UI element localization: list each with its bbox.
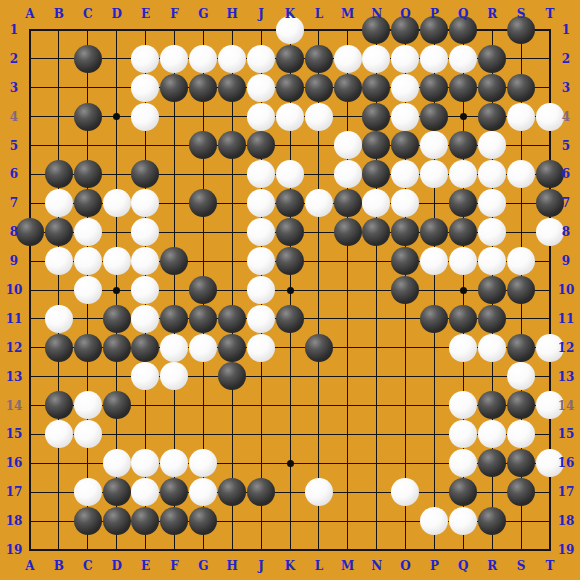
col-label-bottom-A: A bbox=[25, 560, 34, 572]
col-label-bottom-T: T bbox=[546, 560, 555, 572]
col-label-top-J: J bbox=[258, 8, 264, 20]
col-label-top-B: B bbox=[54, 8, 64, 20]
col-label-top-A: A bbox=[25, 8, 34, 20]
row-label-right-3: 3 bbox=[562, 82, 570, 94]
col-label-bottom-H: H bbox=[227, 560, 238, 572]
row-label-right-2: 2 bbox=[562, 53, 570, 65]
row-label-left-3: 3 bbox=[10, 82, 18, 94]
row-label-right-17: 17 bbox=[558, 486, 575, 498]
row-label-left-13: 13 bbox=[6, 371, 23, 383]
row-label-right-18: 18 bbox=[558, 515, 575, 527]
row-label-right-11: 11 bbox=[558, 313, 575, 325]
row-label-right-9: 9 bbox=[562, 255, 570, 267]
row-label-right-13: 13 bbox=[558, 371, 575, 383]
row-label-right-7: 7 bbox=[562, 197, 570, 209]
col-label-top-L: L bbox=[315, 8, 323, 20]
row-label-left-6: 6 bbox=[10, 168, 18, 180]
row-label-right-12: 12 bbox=[558, 342, 575, 354]
row-label-right-5: 5 bbox=[562, 140, 570, 152]
row-label-left-11: 11 bbox=[6, 313, 23, 325]
row-label-left-16: 16 bbox=[6, 457, 23, 469]
col-label-bottom-F: F bbox=[170, 560, 179, 572]
go-board: AABBCCDDEEFFGGHHJJKKLLMMNNOOPPQQRRSSTT11… bbox=[0, 0, 580, 580]
col-label-bottom-R: R bbox=[487, 560, 497, 572]
col-label-bottom-K: K bbox=[285, 560, 295, 572]
row-label-left-8: 8 bbox=[10, 226, 18, 238]
row-label-right-19: 19 bbox=[558, 544, 575, 556]
col-label-bottom-Q: Q bbox=[458, 560, 468, 572]
row-label-left-1: 1 bbox=[10, 24, 18, 36]
row-label-left-2: 2 bbox=[10, 53, 18, 65]
row-label-right-4: 4 bbox=[562, 111, 570, 123]
row-label-right-6: 6 bbox=[562, 168, 570, 180]
row-label-left-17: 17 bbox=[6, 486, 23, 498]
row-label-right-14: 14 bbox=[558, 400, 575, 412]
col-label-top-K: K bbox=[285, 8, 295, 20]
row-label-left-4: 4 bbox=[10, 111, 18, 123]
row-label-right-15: 15 bbox=[558, 428, 575, 440]
col-label-bottom-P: P bbox=[430, 560, 439, 572]
col-label-bottom-C: C bbox=[83, 560, 93, 572]
col-label-top-F: F bbox=[170, 8, 179, 20]
col-label-bottom-E: E bbox=[141, 560, 150, 572]
row-label-left-19: 19 bbox=[6, 544, 23, 556]
row-label-left-10: 10 bbox=[6, 284, 23, 296]
col-label-bottom-L: L bbox=[315, 560, 323, 572]
col-label-bottom-D: D bbox=[111, 560, 121, 572]
col-label-top-Q: Q bbox=[458, 8, 468, 20]
col-label-top-E: E bbox=[141, 8, 150, 20]
col-label-bottom-N: N bbox=[371, 560, 382, 572]
col-label-top-O: O bbox=[400, 8, 410, 20]
col-label-bottom-M: M bbox=[341, 560, 354, 572]
row-label-left-7: 7 bbox=[10, 197, 18, 209]
col-label-top-S: S bbox=[517, 8, 526, 20]
row-label-left-14: 14 bbox=[6, 400, 23, 412]
col-label-top-N: N bbox=[371, 8, 382, 20]
row-label-right-8: 8 bbox=[562, 226, 570, 238]
row-label-right-1: 1 bbox=[562, 24, 570, 36]
row-label-right-16: 16 bbox=[558, 457, 575, 469]
col-label-bottom-S: S bbox=[517, 560, 526, 572]
row-label-left-12: 12 bbox=[6, 342, 23, 354]
col-label-top-H: H bbox=[227, 8, 238, 20]
col-label-top-T: T bbox=[546, 8, 555, 20]
col-label-bottom-J: J bbox=[258, 560, 264, 572]
col-label-bottom-O: O bbox=[400, 560, 410, 572]
col-label-top-P: P bbox=[430, 8, 439, 20]
col-label-top-R: R bbox=[487, 8, 497, 20]
col-label-bottom-B: B bbox=[54, 560, 64, 572]
row-label-left-5: 5 bbox=[10, 140, 18, 152]
col-label-top-M: M bbox=[341, 8, 354, 20]
coordinate-labels: AABBCCDDEEFFGGHHJJKKLLMMNNOOPPQQRRSSTT11… bbox=[0, 0, 580, 580]
row-label-right-10: 10 bbox=[558, 284, 575, 296]
row-label-left-15: 15 bbox=[6, 428, 23, 440]
col-label-bottom-G: G bbox=[198, 560, 208, 572]
row-label-left-9: 9 bbox=[10, 255, 18, 267]
col-label-top-D: D bbox=[111, 8, 121, 20]
col-label-top-G: G bbox=[198, 8, 208, 20]
col-label-top-C: C bbox=[83, 8, 93, 20]
row-label-left-18: 18 bbox=[6, 515, 23, 527]
